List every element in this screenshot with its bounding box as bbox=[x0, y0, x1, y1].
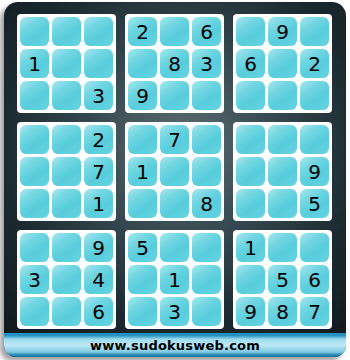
cell-r8c9[interactable]: 6 bbox=[300, 265, 329, 294]
cell-r1c9[interactable] bbox=[300, 17, 329, 46]
cell-r7c4[interactable]: 5 bbox=[128, 233, 157, 262]
cell-r5c8[interactable] bbox=[268, 157, 297, 186]
cell-r5c3[interactable]: 7 bbox=[84, 157, 113, 186]
cell-r9c5[interactable]: 3 bbox=[160, 297, 189, 326]
cell-r4c6[interactable] bbox=[192, 125, 221, 154]
box-r1c3: 962 bbox=[233, 14, 332, 113]
footer-bar: www.sudokusweb.com bbox=[4, 333, 346, 357]
cell-r9c7[interactable]: 9 bbox=[236, 297, 265, 326]
sudoku-board: 1326839962271718959346513156987 bbox=[4, 2, 346, 333]
sudoku-card: 1326839962271718959346513156987 www.sudo… bbox=[4, 2, 346, 357]
cell-r8c3[interactable]: 4 bbox=[84, 265, 113, 294]
cell-r4c1[interactable] bbox=[20, 125, 49, 154]
cell-r6c1[interactable] bbox=[20, 189, 49, 218]
box-r3c1: 9346 bbox=[17, 230, 116, 329]
cell-r2c9[interactable]: 2 bbox=[300, 49, 329, 78]
cell-r5c1[interactable] bbox=[20, 157, 49, 186]
cell-r8c8[interactable]: 5 bbox=[268, 265, 297, 294]
cell-r4c7[interactable] bbox=[236, 125, 265, 154]
cell-r3c6[interactable] bbox=[192, 81, 221, 110]
cell-r3c8[interactable] bbox=[268, 81, 297, 110]
cell-r4c5[interactable]: 7 bbox=[160, 125, 189, 154]
cell-r5c4[interactable]: 1 bbox=[128, 157, 157, 186]
cell-r9c8[interactable]: 8 bbox=[268, 297, 297, 326]
cell-r8c5[interactable]: 1 bbox=[160, 265, 189, 294]
cell-r6c3[interactable]: 1 bbox=[84, 189, 113, 218]
cell-r4c3[interactable]: 2 bbox=[84, 125, 113, 154]
cell-r9c2[interactable] bbox=[52, 297, 81, 326]
cell-r5c2[interactable] bbox=[52, 157, 81, 186]
cell-r9c1[interactable] bbox=[20, 297, 49, 326]
box-r2c3: 95 bbox=[233, 122, 332, 221]
cell-r4c4[interactable] bbox=[128, 125, 157, 154]
cell-r7c5[interactable] bbox=[160, 233, 189, 262]
cell-r2c3[interactable] bbox=[84, 49, 113, 78]
cell-r1c4[interactable]: 2 bbox=[128, 17, 157, 46]
cell-r8c2[interactable] bbox=[52, 265, 81, 294]
cell-r2c5[interactable]: 8 bbox=[160, 49, 189, 78]
box-r3c2: 513 bbox=[125, 230, 224, 329]
cell-r8c7[interactable] bbox=[236, 265, 265, 294]
box-r1c1: 13 bbox=[17, 14, 116, 113]
cell-r1c3[interactable] bbox=[84, 17, 113, 46]
box-r1c2: 26839 bbox=[125, 14, 224, 113]
cell-r7c9[interactable] bbox=[300, 233, 329, 262]
cell-r6c6[interactable]: 8 bbox=[192, 189, 221, 218]
box-r2c2: 718 bbox=[125, 122, 224, 221]
box-r2c1: 271 bbox=[17, 122, 116, 221]
cell-r9c3[interactable]: 6 bbox=[84, 297, 113, 326]
cell-r3c1[interactable] bbox=[20, 81, 49, 110]
cell-r2c6[interactable]: 3 bbox=[192, 49, 221, 78]
cell-r1c2[interactable] bbox=[52, 17, 81, 46]
cell-r5c7[interactable] bbox=[236, 157, 265, 186]
cell-r7c1[interactable] bbox=[20, 233, 49, 262]
cell-r4c8[interactable] bbox=[268, 125, 297, 154]
box-r3c3: 156987 bbox=[233, 230, 332, 329]
cell-r8c1[interactable]: 3 bbox=[20, 265, 49, 294]
cell-r6c7[interactable] bbox=[236, 189, 265, 218]
cell-r3c3[interactable]: 3 bbox=[84, 81, 113, 110]
cell-r7c6[interactable] bbox=[192, 233, 221, 262]
cell-r1c8[interactable]: 9 bbox=[268, 17, 297, 46]
website-url: www.sudokusweb.com bbox=[90, 338, 260, 353]
cell-r2c7[interactable]: 6 bbox=[236, 49, 265, 78]
cell-r4c2[interactable] bbox=[52, 125, 81, 154]
cell-r5c5[interactable] bbox=[160, 157, 189, 186]
cell-r8c4[interactable] bbox=[128, 265, 157, 294]
cell-r1c6[interactable]: 6 bbox=[192, 17, 221, 46]
cell-r2c4[interactable] bbox=[128, 49, 157, 78]
cell-r2c1[interactable]: 1 bbox=[20, 49, 49, 78]
cell-r7c8[interactable] bbox=[268, 233, 297, 262]
cell-r1c1[interactable] bbox=[20, 17, 49, 46]
cell-r6c4[interactable] bbox=[128, 189, 157, 218]
cell-r7c3[interactable]: 9 bbox=[84, 233, 113, 262]
cell-r6c8[interactable] bbox=[268, 189, 297, 218]
cell-r8c6[interactable] bbox=[192, 265, 221, 294]
cell-r3c5[interactable] bbox=[160, 81, 189, 110]
cell-r9c4[interactable] bbox=[128, 297, 157, 326]
cell-r6c9[interactable]: 5 bbox=[300, 189, 329, 218]
cell-r9c9[interactable]: 7 bbox=[300, 297, 329, 326]
cell-r7c2[interactable] bbox=[52, 233, 81, 262]
cell-r6c5[interactable] bbox=[160, 189, 189, 218]
cell-r2c2[interactable] bbox=[52, 49, 81, 78]
cell-r7c7[interactable]: 1 bbox=[236, 233, 265, 262]
cell-r9c6[interactable] bbox=[192, 297, 221, 326]
cell-r1c7[interactable] bbox=[236, 17, 265, 46]
cell-r1c5[interactable] bbox=[160, 17, 189, 46]
cell-r5c9[interactable]: 9 bbox=[300, 157, 329, 186]
cell-r2c8[interactable] bbox=[268, 49, 297, 78]
cell-r4c9[interactable] bbox=[300, 125, 329, 154]
cell-r3c7[interactable] bbox=[236, 81, 265, 110]
cell-r3c4[interactable]: 9 bbox=[128, 81, 157, 110]
cell-r3c2[interactable] bbox=[52, 81, 81, 110]
cell-r3c9[interactable] bbox=[300, 81, 329, 110]
cell-r5c6[interactable] bbox=[192, 157, 221, 186]
cell-r6c2[interactable] bbox=[52, 189, 81, 218]
